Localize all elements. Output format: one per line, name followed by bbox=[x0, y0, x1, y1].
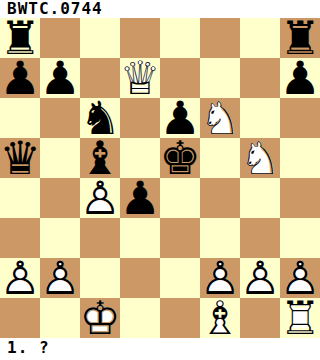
black-king-piece: ♚ bbox=[160, 138, 200, 178]
square-c1[interactable]: ♚♔ bbox=[80, 298, 120, 338]
square-c5[interactable]: ♝ bbox=[80, 138, 120, 178]
square-f4[interactable] bbox=[200, 178, 240, 218]
square-b1[interactable] bbox=[40, 298, 80, 338]
square-h1[interactable]: ♜♖ bbox=[280, 298, 320, 338]
square-d7[interactable]: ♛♕ bbox=[120, 58, 160, 98]
square-h2[interactable]: ♟♙ bbox=[280, 258, 320, 298]
square-a4[interactable] bbox=[0, 178, 40, 218]
piece-fill: ♟ bbox=[240, 258, 280, 298]
square-c2[interactable] bbox=[80, 258, 120, 298]
square-b6[interactable] bbox=[40, 98, 80, 138]
square-h6[interactable] bbox=[280, 98, 320, 138]
piece-fill: ♜ bbox=[280, 298, 320, 338]
square-f6[interactable]: ♞♘ bbox=[200, 98, 240, 138]
square-g4[interactable] bbox=[240, 178, 280, 218]
square-a5[interactable]: ♛ bbox=[0, 138, 40, 178]
square-c4[interactable]: ♟♙ bbox=[80, 178, 120, 218]
square-e3[interactable] bbox=[160, 218, 200, 258]
piece-fill: ♞ bbox=[240, 138, 280, 178]
square-h7[interactable]: ♟ bbox=[280, 58, 320, 98]
square-c6[interactable]: ♞ bbox=[80, 98, 120, 138]
square-g5[interactable]: ♞♘ bbox=[240, 138, 280, 178]
square-f7[interactable] bbox=[200, 58, 240, 98]
square-f1[interactable]: ♝♗ bbox=[200, 298, 240, 338]
square-b2[interactable]: ♟♙ bbox=[40, 258, 80, 298]
square-a2[interactable]: ♟♙ bbox=[0, 258, 40, 298]
piece-fill: ♚ bbox=[80, 298, 120, 338]
square-h8[interactable]: ♜ bbox=[280, 18, 320, 58]
square-d6[interactable] bbox=[120, 98, 160, 138]
square-e6[interactable]: ♟ bbox=[160, 98, 200, 138]
black-queen-piece: ♛ bbox=[0, 138, 40, 178]
piece-fill: ♟ bbox=[40, 258, 80, 298]
square-g2[interactable]: ♟♙ bbox=[240, 258, 280, 298]
black-rook-piece: ♜ bbox=[0, 18, 40, 58]
square-b8[interactable] bbox=[40, 18, 80, 58]
square-f8[interactable] bbox=[200, 18, 240, 58]
piece-fill: ♟ bbox=[80, 178, 120, 218]
square-d1[interactable] bbox=[120, 298, 160, 338]
white-pawn-piece: ♙ bbox=[200, 258, 240, 298]
square-b3[interactable] bbox=[40, 218, 80, 258]
white-pawn-piece: ♙ bbox=[80, 178, 120, 218]
square-e2[interactable] bbox=[160, 258, 200, 298]
piece-fill: ♟ bbox=[0, 258, 40, 298]
chess-board: ♜♜♟♟♛♕♟♞♟♞♘♛♝♚♞♘♟♙♟♟♙♟♙♟♙♟♙♟♙♚♔♝♗♜♖ bbox=[0, 18, 320, 338]
square-f2[interactable]: ♟♙ bbox=[200, 258, 240, 298]
square-a7[interactable]: ♟ bbox=[0, 58, 40, 98]
square-e7[interactable] bbox=[160, 58, 200, 98]
square-e1[interactable] bbox=[160, 298, 200, 338]
square-g8[interactable] bbox=[240, 18, 280, 58]
puzzle-title: BWTC.0744 bbox=[7, 0, 103, 18]
black-bishop-piece: ♝ bbox=[80, 138, 120, 178]
black-rook-piece: ♜ bbox=[280, 18, 320, 58]
piece-fill: ♛ bbox=[120, 58, 160, 98]
square-c8[interactable] bbox=[80, 18, 120, 58]
square-e8[interactable] bbox=[160, 18, 200, 58]
piece-fill: ♞ bbox=[200, 98, 240, 138]
white-pawn-piece: ♙ bbox=[280, 258, 320, 298]
white-pawn-piece: ♙ bbox=[40, 258, 80, 298]
white-knight-piece: ♘ bbox=[240, 138, 280, 178]
square-e5[interactable]: ♚ bbox=[160, 138, 200, 178]
white-rook-piece: ♖ bbox=[280, 298, 320, 338]
piece-fill: ♝ bbox=[200, 298, 240, 338]
square-b7[interactable]: ♟ bbox=[40, 58, 80, 98]
square-a1[interactable] bbox=[0, 298, 40, 338]
square-e4[interactable] bbox=[160, 178, 200, 218]
square-h5[interactable] bbox=[280, 138, 320, 178]
square-g6[interactable] bbox=[240, 98, 280, 138]
square-a6[interactable] bbox=[0, 98, 40, 138]
white-bishop-piece: ♗ bbox=[200, 298, 240, 338]
square-c3[interactable] bbox=[80, 218, 120, 258]
black-pawn-piece: ♟ bbox=[160, 98, 200, 138]
square-h3[interactable] bbox=[280, 218, 320, 258]
move-prompt: 1. ? bbox=[7, 339, 50, 357]
square-d2[interactable] bbox=[120, 258, 160, 298]
piece-fill: ♟ bbox=[200, 258, 240, 298]
square-a8[interactable]: ♜ bbox=[0, 18, 40, 58]
black-pawn-piece: ♟ bbox=[40, 58, 80, 98]
square-g3[interactable] bbox=[240, 218, 280, 258]
square-d3[interactable] bbox=[120, 218, 160, 258]
black-pawn-piece: ♟ bbox=[280, 58, 320, 98]
white-pawn-piece: ♙ bbox=[0, 258, 40, 298]
square-h4[interactable] bbox=[280, 178, 320, 218]
white-king-piece: ♔ bbox=[80, 298, 120, 338]
black-pawn-piece: ♟ bbox=[0, 58, 40, 98]
piece-fill: ♟ bbox=[280, 258, 320, 298]
square-b4[interactable] bbox=[40, 178, 80, 218]
square-d8[interactable] bbox=[120, 18, 160, 58]
square-d4[interactable]: ♟ bbox=[120, 178, 160, 218]
square-b5[interactable] bbox=[40, 138, 80, 178]
white-pawn-piece: ♙ bbox=[240, 258, 280, 298]
white-knight-piece: ♘ bbox=[200, 98, 240, 138]
square-d5[interactable] bbox=[120, 138, 160, 178]
square-c7[interactable] bbox=[80, 58, 120, 98]
black-knight-piece: ♞ bbox=[80, 98, 120, 138]
square-g1[interactable] bbox=[240, 298, 280, 338]
square-a3[interactable] bbox=[0, 218, 40, 258]
square-g7[interactable] bbox=[240, 58, 280, 98]
square-f3[interactable] bbox=[200, 218, 240, 258]
black-pawn-piece: ♟ bbox=[120, 178, 160, 218]
white-queen-piece: ♕ bbox=[120, 58, 160, 98]
square-f5[interactable] bbox=[200, 138, 240, 178]
